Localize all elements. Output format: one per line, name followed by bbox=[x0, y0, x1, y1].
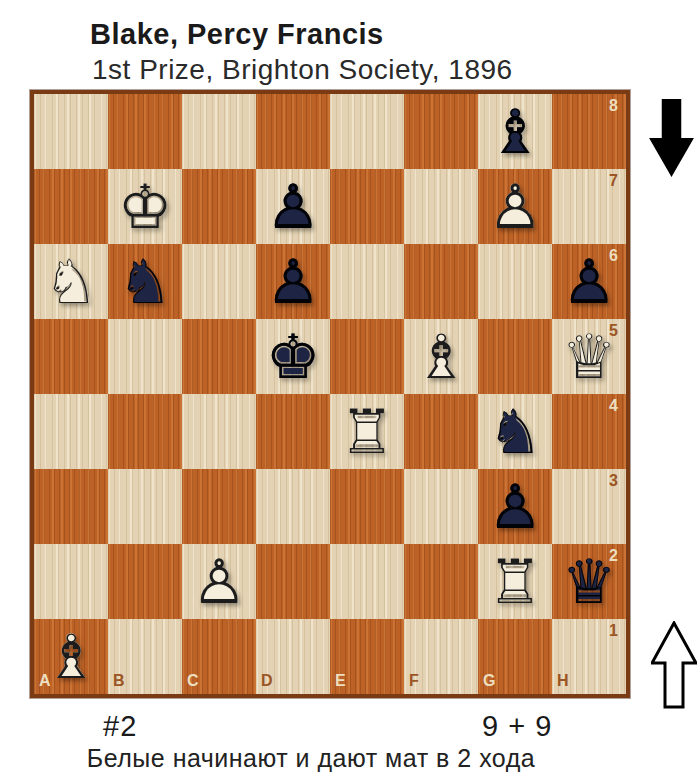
rank-label-4: 4 bbox=[609, 397, 618, 415]
piece-white-rook-g2[interactable]: ♜♖ bbox=[478, 544, 552, 619]
piece-black-knight-b6[interactable]: ♞♘ bbox=[108, 244, 182, 319]
chess-board: ABCDEFGH87654321♝♗♚♔♟♙♟♙♞♘♞♘♟♙♟♙♚♔♝♗♛♕♜♖… bbox=[30, 90, 630, 698]
file-label-f: F bbox=[409, 672, 419, 690]
piece-white-rook-e4[interactable]: ♜♖ bbox=[330, 394, 404, 469]
piece-white-queen-h5[interactable]: ♛♕ bbox=[552, 319, 626, 394]
piece-white-bishop-f5[interactable]: ♝♗ bbox=[404, 319, 478, 394]
file-label-e: E bbox=[335, 672, 346, 690]
rank-label-8: 8 bbox=[609, 97, 618, 115]
piece-black-king-d5[interactable]: ♚♔ bbox=[256, 319, 330, 394]
file-label-b: B bbox=[113, 672, 125, 690]
white-to-move-arrow-icon bbox=[651, 621, 697, 709]
piece-black-pawn-d6[interactable]: ♟♙ bbox=[256, 244, 330, 319]
file-label-h: H bbox=[557, 672, 569, 690]
caption-text: Белые начинают и дают мат в 2 хода bbox=[0, 744, 622, 773]
page-subtitle: 1st Prize, Brighton Society, 1896 bbox=[92, 54, 513, 86]
piece-black-pawn-d7[interactable]: ♟♙ bbox=[256, 169, 330, 244]
piece-white-knight-a6[interactable]: ♞♘ bbox=[34, 244, 108, 319]
piece-black-bishop-g8[interactable]: ♝♗ bbox=[478, 94, 552, 169]
material-count-label: 9 + 9 bbox=[482, 710, 552, 743]
black-to-move-arrow-icon bbox=[649, 99, 694, 177]
piece-black-pawn-h6[interactable]: ♟♙ bbox=[552, 244, 626, 319]
board-overlay: ABCDEFGH87654321♝♗♚♔♟♙♟♙♞♘♞♘♟♙♟♙♚♔♝♗♛♕♜♖… bbox=[34, 94, 626, 694]
piece-white-king-b7[interactable]: ♚♔ bbox=[108, 169, 182, 244]
piece-black-queen-h2[interactable]: ♛♕ bbox=[552, 544, 626, 619]
piece-white-bishop-a1[interactable]: ♝♗ bbox=[34, 619, 108, 694]
file-label-d: D bbox=[261, 672, 273, 690]
piece-black-knight-g4[interactable]: ♞♘ bbox=[478, 394, 552, 469]
piece-white-pawn-c2[interactable]: ♟♙ bbox=[182, 544, 256, 619]
page-title: Blake, Percy Francis bbox=[90, 18, 384, 51]
file-label-c: C bbox=[187, 672, 199, 690]
piece-white-pawn-g7[interactable]: ♟♙ bbox=[478, 169, 552, 244]
rank-label-3: 3 bbox=[609, 472, 618, 490]
chess-problem-page: Blake, Percy Francis 1st Prize, Brighton… bbox=[0, 0, 700, 778]
rank-label-1: 1 bbox=[609, 622, 618, 640]
piece-black-pawn-g3[interactable]: ♟♙ bbox=[478, 469, 552, 544]
stipulation-label: #2 bbox=[103, 710, 137, 743]
rank-label-7: 7 bbox=[609, 172, 618, 190]
file-label-g: G bbox=[483, 672, 495, 690]
